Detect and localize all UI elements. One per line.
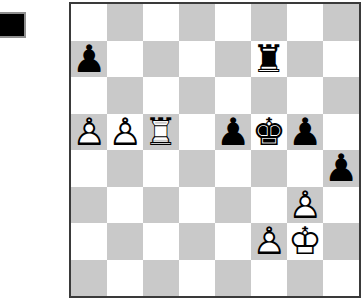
square-b2[interactable] <box>107 223 143 260</box>
square-h5[interactable] <box>323 114 359 151</box>
square-d4[interactable] <box>179 150 215 187</box>
piece-white-king-g2[interactable]: ♚♔ <box>287 223 323 260</box>
square-b3[interactable] <box>107 187 143 224</box>
square-h6[interactable] <box>323 77 359 114</box>
square-e5[interactable]: ♟ <box>215 114 251 151</box>
piece-white-pawn-f2[interactable]: ♟♙ <box>251 223 287 260</box>
square-c4[interactable] <box>143 150 179 187</box>
square-d6[interactable] <box>179 77 215 114</box>
square-h7[interactable] <box>323 41 359 78</box>
square-g4[interactable] <box>287 150 323 187</box>
square-a2[interactable] <box>71 223 107 260</box>
square-f6[interactable] <box>251 77 287 114</box>
square-g3[interactable]: ♟♙ <box>287 187 323 224</box>
piece-black-pawn-g5[interactable]: ♟ <box>287 114 323 151</box>
square-c3[interactable] <box>143 187 179 224</box>
square-h3[interactable] <box>323 187 359 224</box>
piece-black-rook-f7[interactable]: ♜ <box>251 41 287 78</box>
square-f4[interactable] <box>251 150 287 187</box>
square-c5[interactable]: ♜♖ <box>143 114 179 151</box>
square-h1[interactable] <box>323 260 359 297</box>
square-c6[interactable] <box>143 77 179 114</box>
square-h8[interactable] <box>323 4 359 41</box>
square-d1[interactable] <box>179 260 215 297</box>
square-d8[interactable] <box>179 4 215 41</box>
chess-diagram: ♟♜♟♙♟♙♜♖♟♚♟♟♟♙♟♙♚♔ <box>0 0 364 302</box>
square-b7[interactable] <box>107 41 143 78</box>
square-c8[interactable] <box>143 4 179 41</box>
square-b1[interactable] <box>107 260 143 297</box>
square-c1[interactable] <box>143 260 179 297</box>
square-g6[interactable] <box>287 77 323 114</box>
square-g5[interactable]: ♟ <box>287 114 323 151</box>
piece-white-pawn-a5[interactable]: ♟♙ <box>71 114 107 151</box>
square-g2[interactable]: ♚♔ <box>287 223 323 260</box>
square-f7[interactable]: ♜ <box>251 41 287 78</box>
square-e7[interactable] <box>215 41 251 78</box>
square-b5[interactable]: ♟♙ <box>107 114 143 151</box>
square-a4[interactable] <box>71 150 107 187</box>
piece-white-rook-c5[interactable]: ♜♖ <box>143 114 179 151</box>
square-e6[interactable] <box>215 77 251 114</box>
piece-black-pawn-h4[interactable]: ♟ <box>323 150 359 187</box>
square-g7[interactable] <box>287 41 323 78</box>
black-to-move-indicator <box>0 12 26 38</box>
square-a8[interactable] <box>71 4 107 41</box>
square-d2[interactable] <box>179 223 215 260</box>
square-g1[interactable] <box>287 260 323 297</box>
square-f1[interactable] <box>251 260 287 297</box>
square-h4[interactable]: ♟ <box>323 150 359 187</box>
square-a7[interactable]: ♟ <box>71 41 107 78</box>
square-g8[interactable] <box>287 4 323 41</box>
piece-white-pawn-b5[interactable]: ♟♙ <box>107 114 143 151</box>
square-b6[interactable] <box>107 77 143 114</box>
square-f2[interactable]: ♟♙ <box>251 223 287 260</box>
square-b8[interactable] <box>107 4 143 41</box>
square-a6[interactable] <box>71 77 107 114</box>
square-d7[interactable] <box>179 41 215 78</box>
square-b4[interactable] <box>107 150 143 187</box>
square-e2[interactable] <box>215 223 251 260</box>
square-d3[interactable] <box>179 187 215 224</box>
square-f8[interactable] <box>251 4 287 41</box>
square-a1[interactable] <box>71 260 107 297</box>
piece-black-king-f5[interactable]: ♚ <box>251 114 287 151</box>
square-f3[interactable] <box>251 187 287 224</box>
square-a5[interactable]: ♟♙ <box>71 114 107 151</box>
square-e4[interactable] <box>215 150 251 187</box>
square-e3[interactable] <box>215 187 251 224</box>
square-h2[interactable] <box>323 223 359 260</box>
piece-black-pawn-e5[interactable]: ♟ <box>215 114 251 151</box>
square-e1[interactable] <box>215 260 251 297</box>
square-f5[interactable]: ♚ <box>251 114 287 151</box>
square-d5[interactable] <box>179 114 215 151</box>
chess-board: ♟♜♟♙♟♙♜♖♟♚♟♟♟♙♟♙♚♔ <box>69 2 361 298</box>
piece-black-pawn-a7[interactable]: ♟ <box>71 41 107 78</box>
piece-white-pawn-g3[interactable]: ♟♙ <box>287 187 323 224</box>
square-a3[interactable] <box>71 187 107 224</box>
square-c2[interactable] <box>143 223 179 260</box>
square-c7[interactable] <box>143 41 179 78</box>
square-e8[interactable] <box>215 4 251 41</box>
